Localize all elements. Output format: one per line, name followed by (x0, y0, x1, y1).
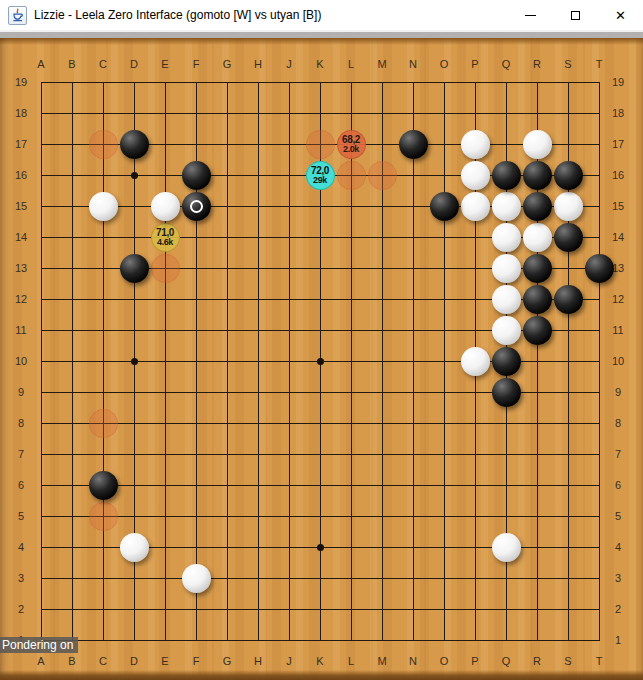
visits-label: 2.0k (343, 145, 359, 154)
stone-white (523, 130, 552, 159)
stone-white (492, 223, 521, 252)
stone-black (523, 192, 552, 221)
stone-cell (88, 470, 119, 501)
col-label: D (119, 654, 150, 668)
board-edge-shade-right (636, 38, 643, 680)
java-coffee-cup-icon (11, 8, 25, 22)
faint-suggestion-circle[interactable] (89, 409, 118, 438)
best-move-suggestion[interactable]: 72,029k (306, 161, 335, 190)
stone-black (120, 254, 149, 283)
stone-cell (491, 160, 522, 191)
col-label: O (429, 654, 460, 668)
stone-cell (491, 346, 522, 377)
star-point-dot (317, 544, 324, 551)
stone-white (461, 130, 490, 159)
col-label: H (243, 654, 274, 668)
winrate-label: 71,0 (156, 228, 174, 238)
col-label: A (26, 654, 57, 668)
maximize-icon (571, 11, 580, 20)
stone-black (399, 130, 428, 159)
stone-cell (119, 129, 150, 160)
stone-white (182, 564, 211, 593)
last-move-marker (190, 200, 203, 213)
star-point-dot (131, 172, 138, 179)
stone-white (461, 192, 490, 221)
stone-black (492, 161, 521, 190)
lizzie-window: Lizzie - Leela Zero Interface (gomoto [W… (0, 0, 643, 680)
faint-suggestion-circle[interactable] (89, 502, 118, 531)
stone-cell (491, 222, 522, 253)
star-point-dot (317, 358, 324, 365)
stone-black (554, 161, 583, 190)
stone-black (430, 192, 459, 221)
stone-white (492, 285, 521, 314)
stone-cell (491, 377, 522, 408)
stone-black (120, 130, 149, 159)
stone-cell (522, 284, 553, 315)
stone-black (89, 471, 118, 500)
faint-suggestion-circle[interactable] (89, 130, 118, 159)
col-label: P (460, 654, 491, 668)
stone-cell (119, 532, 150, 563)
stone-cell (491, 253, 522, 284)
col-label: E (150, 654, 181, 668)
close-icon: ✕ (615, 9, 626, 22)
stone-cell (491, 284, 522, 315)
star-point (305, 532, 336, 563)
stone-cell (491, 532, 522, 563)
minimize-button[interactable] (508, 0, 553, 30)
goban-grid[interactable]: 72,029k68,22.0k71,04.6k (26, 67, 615, 656)
stone-cell (553, 222, 584, 253)
stone-cell (522, 253, 553, 284)
stone-black (523, 285, 552, 314)
stone-cell (150, 191, 181, 222)
stone-white (492, 254, 521, 283)
col-label: L (336, 654, 367, 668)
col-label: T (584, 654, 615, 668)
stone-cell (181, 563, 212, 594)
close-button[interactable]: ✕ (598, 0, 643, 30)
star-point (305, 346, 336, 377)
stone-cell (553, 284, 584, 315)
col-label: R (522, 654, 553, 668)
stone-black (492, 378, 521, 407)
star-point (119, 160, 150, 191)
stone-cell (553, 191, 584, 222)
stone-black (554, 223, 583, 252)
stone-cell (522, 222, 553, 253)
stone-white (461, 161, 490, 190)
stone-cell (460, 191, 491, 222)
stone-black (182, 192, 211, 221)
stone-cell (119, 253, 150, 284)
stone-cell (181, 191, 212, 222)
stone-white (492, 192, 521, 221)
move-suggestion[interactable]: 71,04.6k (151, 223, 180, 252)
stone-cell (88, 191, 119, 222)
stone-cell (491, 191, 522, 222)
col-label: G (212, 654, 243, 668)
col-label: C (88, 654, 119, 668)
minimize-icon (525, 15, 536, 16)
stone-cell (460, 346, 491, 377)
stone-white (89, 192, 118, 221)
board-edge-shade-top (0, 38, 643, 45)
stone-black (523, 161, 552, 190)
col-label: J (274, 654, 305, 668)
winrate-label: 68,2 (342, 135, 360, 145)
faint-suggestion-circle[interactable] (337, 161, 366, 190)
faint-suggestion-circle[interactable] (368, 161, 397, 190)
col-label: B (57, 654, 88, 668)
star-point (119, 346, 150, 377)
stone-cell (522, 160, 553, 191)
move-suggestion[interactable]: 68,22.0k (337, 130, 366, 159)
window-controls: ✕ (508, 0, 643, 30)
faint-suggestion-circle[interactable] (151, 254, 180, 283)
maximize-button[interactable] (553, 0, 598, 30)
board-area: ABCDEFGHJKLMNOPQRST ABCDEFGHJKLMNOPQRST … (0, 38, 643, 680)
stone-white (492, 316, 521, 345)
stone-cell (460, 129, 491, 160)
column-labels-bottom: ABCDEFGHJKLMNOPQRST (26, 654, 615, 668)
col-label: M (367, 654, 398, 668)
col-label: F (181, 654, 212, 668)
menu-strip (0, 30, 643, 38)
stone-cell (460, 160, 491, 191)
stone-cell (553, 160, 584, 191)
stone-cell (398, 129, 429, 160)
stone-cell (181, 160, 212, 191)
window-title: Lizzie - Leela Zero Interface (gomoto [W… (34, 8, 321, 22)
stone-white (554, 192, 583, 221)
col-label: N (398, 654, 429, 668)
stone-white (523, 223, 552, 252)
stone-cell (584, 253, 615, 284)
stone-white (461, 347, 490, 376)
star-point-dot (131, 358, 138, 365)
stone-white (151, 192, 180, 221)
col-label: Q (491, 654, 522, 668)
stone-black (585, 254, 614, 283)
stone-cell (429, 191, 460, 222)
winrate-label: 72,0 (311, 166, 329, 176)
stone-black (492, 347, 521, 376)
stone-cell (491, 315, 522, 346)
board-edge-shade-bottom (0, 670, 643, 680)
visits-label: 29k (313, 176, 327, 185)
pondering-status: Pondering on (0, 637, 78, 653)
col-label: S (553, 654, 584, 668)
stone-cell (522, 315, 553, 346)
stone-white (120, 533, 149, 562)
app-icon (8, 6, 27, 25)
stone-black (182, 161, 211, 190)
stone-white (492, 533, 521, 562)
visits-label: 4.6k (157, 238, 173, 247)
stone-black (523, 254, 552, 283)
stone-cell (522, 129, 553, 160)
title-bar: Lizzie - Leela Zero Interface (gomoto [W… (0, 0, 643, 30)
stone-black (554, 285, 583, 314)
stone-cell (522, 191, 553, 222)
stone-black (523, 316, 552, 345)
col-label: K (305, 654, 336, 668)
faint-suggestion-circle[interactable] (306, 130, 335, 159)
